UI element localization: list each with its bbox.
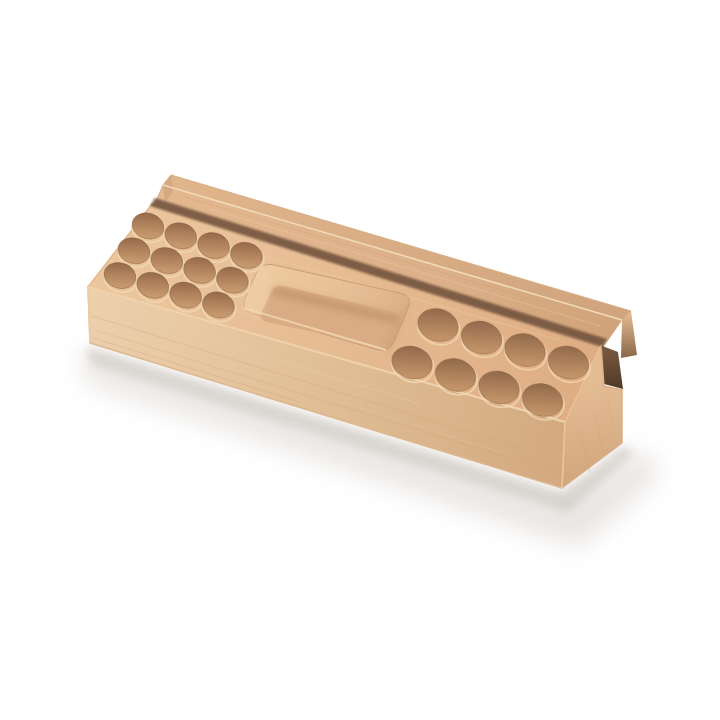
desk-organizer-illustration [0,0,720,720]
product-photo-stage [0,0,720,720]
